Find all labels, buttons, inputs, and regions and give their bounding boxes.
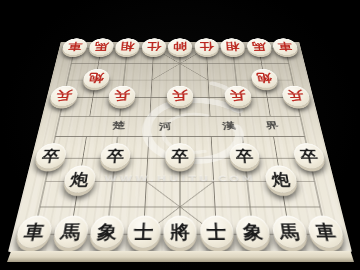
piece-black-cannon[interactable]: 炮 <box>263 166 298 193</box>
piece-black-soldier[interactable]: 卒 <box>292 143 327 168</box>
piece-black-elephant[interactable]: 象 <box>235 216 271 248</box>
piece-black-advisor[interactable]: 士 <box>199 216 234 248</box>
board-front-edge <box>7 251 354 262</box>
piece-red-chariot[interactable]: 車 <box>61 38 88 55</box>
piece-red-elephant[interactable]: 相 <box>114 38 140 55</box>
piece-black-horse[interactable]: 馬 <box>51 216 89 248</box>
piece-red-soldier[interactable]: 兵 <box>281 86 312 106</box>
piece-black-soldier[interactable]: 卒 <box>165 143 195 168</box>
piece-black-general[interactable]: 將 <box>163 216 197 248</box>
piece-black-horse[interactable]: 馬 <box>270 216 308 248</box>
piece-glyph: 象 <box>96 222 117 241</box>
piece-black-elephant[interactable]: 象 <box>89 216 125 248</box>
piece-red-horse[interactable]: 馬 <box>88 38 115 55</box>
piece-black-advisor[interactable]: 士 <box>126 216 161 248</box>
piece-glyph: 卒 <box>106 148 125 163</box>
piece-glyph: 車 <box>277 42 293 52</box>
piece-red-cannon[interactable]: 炮 <box>82 69 110 88</box>
piece-glyph: 炮 <box>88 73 105 84</box>
piece-glyph: 士 <box>206 222 226 241</box>
piece-red-chariot[interactable]: 車 <box>272 38 299 55</box>
piece-glyph: 炮 <box>256 73 273 84</box>
piece-glyph: 兵 <box>172 90 188 102</box>
intersection-grid: 車馬相仕帥仕相馬車炮炮兵兵兵兵兵卒卒卒卒卒炮炮車馬象士將士象馬車 <box>12 41 348 249</box>
piece-glyph: 兵 <box>230 90 247 102</box>
piece-red-elephant[interactable]: 相 <box>220 38 246 55</box>
piece-glyph: 馬 <box>93 42 109 52</box>
xiangqi-board[interactable]: 楚 河 漢 界 WWW.HUITU.COM 車馬相仕帥仕相馬車炮炮兵兵兵兵兵卒卒… <box>8 42 352 252</box>
piece-glyph: 仕 <box>146 42 161 52</box>
piece-glyph: 車 <box>67 42 83 52</box>
piece-glyph: 兵 <box>287 90 305 102</box>
piece-glyph: 士 <box>133 222 153 241</box>
piece-black-soldier[interactable]: 卒 <box>33 143 68 168</box>
piece-glyph: 車 <box>314 222 338 241</box>
piece-black-cannon[interactable]: 炮 <box>62 166 97 193</box>
piece-glyph: 卒 <box>299 148 319 163</box>
piece-red-horse[interactable]: 馬 <box>246 38 273 55</box>
piece-glyph: 象 <box>242 222 263 241</box>
piece-glyph: 相 <box>225 42 240 52</box>
piece-glyph: 相 <box>120 42 135 52</box>
piece-black-chariot[interactable]: 車 <box>14 216 54 248</box>
piece-glyph: 炮 <box>270 171 290 187</box>
piece-glyph: 帥 <box>173 42 187 52</box>
piece-red-soldier[interactable]: 兵 <box>167 86 194 106</box>
piece-red-soldier[interactable]: 兵 <box>49 86 80 106</box>
piece-black-chariot[interactable]: 車 <box>306 216 346 248</box>
piece-glyph: 兵 <box>55 90 73 102</box>
piece-red-advisor[interactable]: 仕 <box>194 38 219 55</box>
piece-glyph: 卒 <box>171 148 188 163</box>
piece-glyph: 卒 <box>41 148 61 163</box>
piece-glyph: 將 <box>170 222 190 241</box>
piece-glyph: 炮 <box>69 171 89 187</box>
piece-glyph: 馬 <box>60 222 82 241</box>
piece-glyph: 馬 <box>278 222 300 241</box>
xiangqi-photo-scene: 楚 河 漢 界 WWW.HUITU.COM 車馬相仕帥仕相馬車炮炮兵兵兵兵兵卒卒… <box>0 0 360 270</box>
piece-red-advisor[interactable]: 仕 <box>141 38 166 55</box>
piece-glyph: 兵 <box>114 90 131 102</box>
piece-black-soldier[interactable]: 卒 <box>229 143 261 168</box>
piece-glyph: 馬 <box>251 42 267 52</box>
piece-red-soldier[interactable]: 兵 <box>224 86 252 106</box>
piece-glyph: 卒 <box>235 148 254 163</box>
piece-red-general[interactable]: 帥 <box>168 38 192 55</box>
piece-red-cannon[interactable]: 炮 <box>250 69 278 88</box>
piece-black-soldier[interactable]: 卒 <box>99 143 131 168</box>
piece-glyph: 車 <box>23 222 47 241</box>
piece-glyph: 仕 <box>199 42 214 52</box>
piece-red-soldier[interactable]: 兵 <box>108 86 136 106</box>
